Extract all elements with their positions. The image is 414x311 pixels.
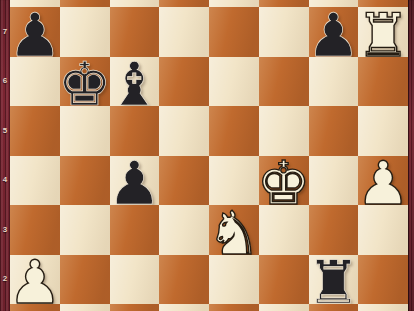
square-b5[interactable] — [60, 106, 110, 156]
square-c6[interactable]: ♝ — [110, 57, 160, 107]
square-f5[interactable] — [259, 106, 309, 156]
square-a6[interactable] — [10, 57, 60, 107]
square-f2[interactable] — [259, 255, 309, 305]
square-c3[interactable] — [110, 205, 160, 255]
rank-label-6: 6 — [0, 57, 10, 107]
square-f3[interactable] — [259, 205, 309, 255]
board-right-edge — [408, 0, 414, 311]
square-g1[interactable] — [309, 304, 359, 311]
square-f1[interactable] — [259, 304, 309, 311]
square-h5[interactable] — [358, 106, 408, 156]
square-d7[interactable] — [159, 7, 209, 57]
square-b7[interactable] — [60, 7, 110, 57]
square-g6[interactable] — [309, 57, 359, 107]
square-e4[interactable] — [209, 156, 259, 206]
square-g4[interactable] — [309, 156, 359, 206]
square-g8[interactable] — [309, 0, 359, 7]
rank-label-4: 4 — [0, 156, 10, 206]
square-d4[interactable] — [159, 156, 209, 206]
square-f6[interactable] — [259, 57, 309, 107]
square-c5[interactable] — [110, 106, 160, 156]
square-h6[interactable] — [358, 57, 408, 107]
square-h1[interactable] — [358, 304, 408, 311]
square-h2[interactable] — [358, 255, 408, 305]
square-c7[interactable] — [110, 7, 160, 57]
square-a7[interactable]: ♟ — [10, 7, 60, 57]
square-c1[interactable] — [110, 304, 160, 311]
rank-label-cropped — [0, 304, 10, 311]
square-e7[interactable] — [209, 7, 259, 57]
square-g7[interactable]: ♟ — [309, 7, 359, 57]
square-g2[interactable]: ♜ — [309, 255, 359, 305]
square-c4[interactable]: ♟ — [110, 156, 160, 206]
square-a3[interactable] — [10, 205, 60, 255]
square-b3[interactable] — [60, 205, 110, 255]
square-e8[interactable] — [209, 0, 259, 7]
square-f4[interactable]: ♚ — [259, 156, 309, 206]
square-d6[interactable] — [159, 57, 209, 107]
rank-label-2: 2 — [0, 255, 10, 305]
piece-white-pawn: ♟ — [8, 252, 62, 311]
square-b6[interactable]: ♚ — [60, 57, 110, 107]
rank-label-cropped — [0, 0, 10, 7]
square-a2[interactable]: ♟ — [10, 255, 60, 305]
square-h3[interactable] — [358, 205, 408, 255]
square-d5[interactable] — [159, 106, 209, 156]
square-h4[interactable]: ♟ — [358, 156, 408, 206]
square-c2[interactable] — [110, 255, 160, 305]
square-e6[interactable] — [209, 57, 259, 107]
rank-label-7: 7 — [0, 7, 10, 57]
rank-labels-border: 765432 — [0, 0, 10, 311]
rank-label-5: 5 — [0, 106, 10, 156]
piece-black-rook: ♜ — [306, 252, 360, 311]
square-a5[interactable] — [10, 106, 60, 156]
square-d8[interactable] — [159, 0, 209, 7]
square-e2[interactable] — [209, 255, 259, 305]
square-e5[interactable] — [209, 106, 259, 156]
square-a1[interactable] — [10, 304, 60, 311]
square-d3[interactable] — [159, 205, 209, 255]
square-a4[interactable] — [10, 156, 60, 206]
square-g3[interactable] — [309, 205, 359, 255]
square-f7[interactable] — [259, 7, 309, 57]
rank-label-3: 3 — [0, 205, 10, 255]
chess-board: ♟♟♜♚♝♟♚♟♞♟♜ — [10, 0, 408, 311]
square-d1[interactable] — [159, 304, 209, 311]
square-e1[interactable] — [209, 304, 259, 311]
square-b8[interactable] — [60, 0, 110, 7]
chess-board-photo: 765432 ♟♟♜♚♝♟♚♟♞♟♜ — [0, 0, 414, 311]
square-g5[interactable] — [309, 106, 359, 156]
square-b1[interactable] — [60, 304, 110, 311]
square-b2[interactable] — [60, 255, 110, 305]
square-h7[interactable]: ♜ — [358, 7, 408, 57]
square-c8[interactable] — [110, 0, 160, 7]
square-f8[interactable] — [259, 0, 309, 7]
square-e3[interactable]: ♞ — [209, 205, 259, 255]
square-d2[interactable] — [159, 255, 209, 305]
square-b4[interactable] — [60, 156, 110, 206]
square-h8[interactable] — [358, 0, 408, 7]
square-a8[interactable] — [10, 0, 60, 7]
